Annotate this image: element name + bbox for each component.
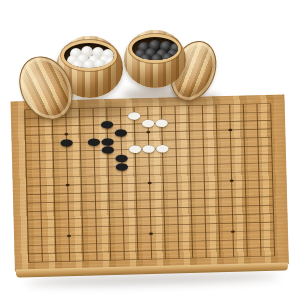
bowl-stone bbox=[105, 57, 117, 69]
white-stone: ● bbox=[155, 143, 169, 153]
black-stone: ● bbox=[101, 145, 115, 155]
white-stone: ● bbox=[127, 110, 141, 120]
go-set-photo: ●●●●●●●●●●●●●● bbox=[0, 0, 300, 300]
black-stone: ● bbox=[100, 119, 114, 129]
black-bowl-opening bbox=[129, 34, 181, 63]
white-stone: ● bbox=[155, 118, 169, 128]
white-stone: ● bbox=[141, 118, 155, 128]
black-stone: ● bbox=[115, 161, 129, 171]
white-stone: ● bbox=[142, 144, 156, 154]
black-stone: ● bbox=[114, 127, 128, 137]
white-stone: ● bbox=[128, 144, 142, 154]
black-stone: ● bbox=[87, 136, 101, 146]
white-bowl-opening bbox=[61, 40, 117, 71]
black-stone: ● bbox=[59, 137, 73, 147]
bowl-stone bbox=[173, 51, 181, 63]
go-board: ●●●●●●●●●●●●●● bbox=[10, 94, 289, 296]
black-stone-bowl bbox=[124, 30, 186, 88]
bowl-stone bbox=[162, 53, 174, 63]
